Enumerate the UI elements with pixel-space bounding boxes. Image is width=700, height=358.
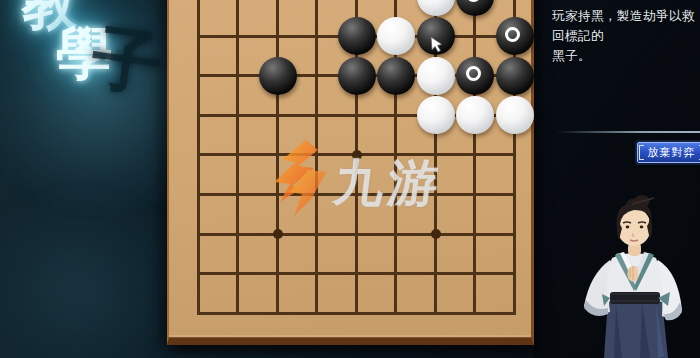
black-stone — [338, 17, 376, 55]
white-stone — [456, 96, 494, 134]
game-screen: 教 學 子 九游 玩家持黑，製造劫爭以救回標記的 黑子。 放棄對弈 — [0, 0, 700, 358]
mouse-cursor-icon — [429, 36, 445, 54]
white-stone — [417, 57, 455, 95]
white-stone — [417, 0, 455, 16]
black-stone — [259, 57, 297, 95]
marked-black-stone — [456, 57, 494, 95]
star-point — [273, 229, 283, 239]
character-portrait — [570, 194, 700, 358]
star-point — [352, 150, 362, 160]
black-stone — [496, 57, 534, 95]
go-board[interactable] — [167, 0, 534, 345]
tutorial-instruction: 玩家持黑，製造劫爭以救回標記的 黑子。 — [552, 6, 698, 66]
instruction-line2: 黑子。 — [552, 46, 698, 66]
resign-game-button[interactable]: 放棄對弈 — [637, 142, 700, 163]
white-stone — [417, 96, 455, 134]
stone-mark-ring — [466, 66, 481, 81]
stone-mark-ring — [505, 27, 520, 42]
black-stone — [338, 57, 376, 95]
calligraphy-shadow-char: 子 — [87, 21, 166, 100]
star-point — [431, 229, 441, 239]
marked-black-stone — [496, 17, 534, 55]
marked-black-stone — [456, 0, 494, 16]
stone-mark-ring — [466, 0, 481, 2]
instruction-line1: 玩家持黑，製造劫爭以救回標記的 — [552, 6, 698, 46]
go-board-grid[interactable] — [197, 0, 516, 315]
black-stone — [377, 57, 415, 95]
panel-divider-line — [556, 131, 700, 133]
white-stone — [496, 96, 534, 134]
white-stone — [377, 17, 415, 55]
